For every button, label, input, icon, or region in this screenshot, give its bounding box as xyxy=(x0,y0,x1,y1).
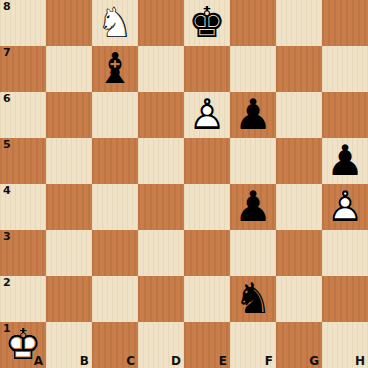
square-e4[interactable] xyxy=(184,184,230,230)
piece-white-knight[interactable]: ♘ xyxy=(92,0,138,46)
square-e6[interactable]: ♟♙ xyxy=(184,92,230,138)
square-c3[interactable] xyxy=(92,230,138,276)
square-g1[interactable]: G xyxy=(276,322,322,368)
square-f1[interactable]: F xyxy=(230,322,276,368)
square-b6[interactable] xyxy=(46,92,92,138)
square-a1[interactable]: 1A♚♔ xyxy=(0,322,46,368)
square-e3[interactable] xyxy=(184,230,230,276)
square-e7[interactable] xyxy=(184,46,230,92)
square-d3[interactable] xyxy=(138,230,184,276)
square-a6[interactable]: 6 xyxy=(0,92,46,138)
file-label-f: F xyxy=(265,355,273,368)
file-label-b: B xyxy=(80,355,89,368)
piece-white-pawn[interactable]: ♙ xyxy=(184,92,230,138)
square-a8[interactable]: 8 xyxy=(0,0,46,46)
square-h7[interactable] xyxy=(322,46,368,92)
chess-board: 8♞♘♚7♝6♟♙♟5♟4♟♟♙32♞1A♚♔BCDEFGH xyxy=(0,0,368,368)
piece-black-pawn[interactable]: ♟ xyxy=(230,92,276,138)
square-d8[interactable] xyxy=(138,0,184,46)
square-e5[interactable] xyxy=(184,138,230,184)
rank-label-7: 7 xyxy=(3,46,11,59)
square-h5[interactable]: ♟ xyxy=(322,138,368,184)
square-b1[interactable]: B xyxy=(46,322,92,368)
square-d7[interactable] xyxy=(138,46,184,92)
square-f5[interactable] xyxy=(230,138,276,184)
square-h1[interactable]: H xyxy=(322,322,368,368)
piece-black-pawn[interactable]: ♟ xyxy=(230,184,276,230)
square-a4[interactable]: 4 xyxy=(0,184,46,230)
square-h6[interactable] xyxy=(322,92,368,138)
square-d5[interactable] xyxy=(138,138,184,184)
square-a3[interactable]: 3 xyxy=(0,230,46,276)
square-b8[interactable] xyxy=(46,0,92,46)
square-h4[interactable]: ♟♙ xyxy=(322,184,368,230)
rank-label-3: 3 xyxy=(3,230,11,243)
square-f7[interactable] xyxy=(230,46,276,92)
square-h8[interactable] xyxy=(322,0,368,46)
square-d1[interactable]: D xyxy=(138,322,184,368)
rank-label-4: 4 xyxy=(3,184,11,197)
square-c8[interactable]: ♞♘ xyxy=(92,0,138,46)
square-c6[interactable] xyxy=(92,92,138,138)
square-d6[interactable] xyxy=(138,92,184,138)
square-g6[interactable] xyxy=(276,92,322,138)
square-b2[interactable] xyxy=(46,276,92,322)
file-label-h: H xyxy=(355,355,365,368)
square-c2[interactable] xyxy=(92,276,138,322)
square-g3[interactable] xyxy=(276,230,322,276)
square-b7[interactable] xyxy=(46,46,92,92)
piece-black-king[interactable]: ♚ xyxy=(184,0,230,46)
square-g4[interactable] xyxy=(276,184,322,230)
square-g7[interactable] xyxy=(276,46,322,92)
square-a2[interactable]: 2 xyxy=(0,276,46,322)
piece-white-king[interactable]: ♔ xyxy=(0,322,46,368)
square-c1[interactable]: C xyxy=(92,322,138,368)
square-c5[interactable] xyxy=(92,138,138,184)
square-f6[interactable]: ♟ xyxy=(230,92,276,138)
file-label-e: E xyxy=(219,355,227,368)
square-f2[interactable]: ♞ xyxy=(230,276,276,322)
square-c7[interactable]: ♝ xyxy=(92,46,138,92)
square-f3[interactable] xyxy=(230,230,276,276)
piece-black-bishop[interactable]: ♝ xyxy=(92,46,138,92)
square-e2[interactable] xyxy=(184,276,230,322)
square-f8[interactable] xyxy=(230,0,276,46)
square-g8[interactable] xyxy=(276,0,322,46)
square-e1[interactable]: E xyxy=(184,322,230,368)
square-g5[interactable] xyxy=(276,138,322,184)
rank-label-2: 2 xyxy=(3,276,11,289)
square-a7[interactable]: 7 xyxy=(0,46,46,92)
file-label-g: G xyxy=(309,355,319,368)
file-label-c: C xyxy=(126,355,135,368)
square-g2[interactable] xyxy=(276,276,322,322)
square-d2[interactable] xyxy=(138,276,184,322)
square-c4[interactable] xyxy=(92,184,138,230)
square-d4[interactable] xyxy=(138,184,184,230)
rank-label-8: 8 xyxy=(3,0,11,13)
square-a5[interactable]: 5 xyxy=(0,138,46,184)
square-h2[interactable] xyxy=(322,276,368,322)
piece-black-knight[interactable]: ♞ xyxy=(230,276,276,322)
rank-label-5: 5 xyxy=(3,138,11,151)
square-e8[interactable]: ♚ xyxy=(184,0,230,46)
piece-white-pawn[interactable]: ♙ xyxy=(322,184,368,230)
square-f4[interactable]: ♟ xyxy=(230,184,276,230)
piece-black-pawn[interactable]: ♟ xyxy=(322,138,368,184)
rank-label-6: 6 xyxy=(3,92,11,105)
file-label-d: D xyxy=(171,355,181,368)
square-b4[interactable] xyxy=(46,184,92,230)
square-h3[interactable] xyxy=(322,230,368,276)
square-b5[interactable] xyxy=(46,138,92,184)
square-b3[interactable] xyxy=(46,230,92,276)
